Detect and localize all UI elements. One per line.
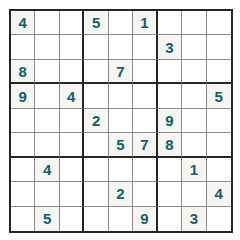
- sudoku-cell-r5c2[interactable]: [35, 109, 59, 133]
- sudoku-cell-r9c2[interactable]: 5: [35, 207, 59, 231]
- sudoku-cell-r3c6[interactable]: [133, 60, 157, 84]
- sudoku-cell-r5c7[interactable]: 9: [158, 109, 182, 133]
- sudoku-cell-r2c3[interactable]: [60, 35, 84, 59]
- sudoku-cell-r1c9[interactable]: [207, 11, 231, 35]
- sudoku-cell-r6c5[interactable]: 5: [109, 133, 133, 157]
- sudoku-cell-r4c9[interactable]: 5: [207, 84, 231, 108]
- sudoku-cell-r1c8[interactable]: [182, 11, 206, 35]
- sudoku-cell-r2c1[interactable]: [11, 35, 35, 59]
- sudoku-cell-r3c7[interactable]: [158, 60, 182, 84]
- sudoku-cell-r2c6[interactable]: [133, 35, 157, 59]
- sudoku-cell-r1c2[interactable]: [35, 11, 59, 35]
- sudoku-cell-r7c2[interactable]: 4: [35, 158, 59, 182]
- sudoku-cell-r8c6[interactable]: [133, 182, 157, 206]
- sudoku-cell-r1c6[interactable]: 1: [133, 11, 157, 35]
- sudoku-cell-r4c6[interactable]: [133, 84, 157, 108]
- sudoku-cell-r8c4[interactable]: [84, 182, 108, 206]
- sudoku-cell-r1c7[interactable]: [158, 11, 182, 35]
- sudoku-cell-r5c8[interactable]: [182, 109, 206, 133]
- sudoku-cell-r2c9[interactable]: [207, 35, 231, 59]
- sudoku-cell-r4c1[interactable]: 9: [11, 84, 35, 108]
- sudoku-cell-r5c1[interactable]: [11, 109, 35, 133]
- sudoku-cell-r5c5[interactable]: [109, 109, 133, 133]
- sudoku-cell-r3c2[interactable]: [35, 60, 59, 84]
- sudoku-cell-r9c5[interactable]: [109, 207, 133, 231]
- sudoku-cell-r7c1[interactable]: [11, 158, 35, 182]
- sudoku-cell-r4c3[interactable]: 4: [60, 84, 84, 108]
- sudoku-cell-r7c3[interactable]: [60, 158, 84, 182]
- sudoku-cell-r8c7[interactable]: [158, 182, 182, 206]
- sudoku-cell-r3c3[interactable]: [60, 60, 84, 84]
- sudoku-cell-r7c8[interactable]: 1: [182, 158, 206, 182]
- sudoku-cell-r1c3[interactable]: [60, 11, 84, 35]
- sudoku-cell-r8c8[interactable]: [182, 182, 206, 206]
- sudoku-cell-r7c5[interactable]: [109, 158, 133, 182]
- sudoku-cell-r8c1[interactable]: [11, 182, 35, 206]
- sudoku-cell-r3c5[interactable]: 7: [109, 60, 133, 84]
- sudoku-cell-r9c6[interactable]: 9: [133, 207, 157, 231]
- sudoku-cell-r2c2[interactable]: [35, 35, 59, 59]
- sudoku-cell-r9c3[interactable]: [60, 207, 84, 231]
- sudoku-cell-r1c4[interactable]: 5: [84, 11, 108, 35]
- sudoku-cell-r9c1[interactable]: [11, 207, 35, 231]
- sudoku-cell-r1c1[interactable]: 4: [11, 11, 35, 35]
- sudoku-cell-r6c9[interactable]: [207, 133, 231, 157]
- sudoku-cell-r9c7[interactable]: [158, 207, 182, 231]
- sudoku-cell-r3c9[interactable]: [207, 60, 231, 84]
- sudoku-cell-r6c4[interactable]: [84, 133, 108, 157]
- sudoku-cell-r7c6[interactable]: [133, 158, 157, 182]
- sudoku-cell-r8c5[interactable]: 2: [109, 182, 133, 206]
- sudoku-cell-r4c7[interactable]: [158, 84, 182, 108]
- sudoku-cell-r5c6[interactable]: [133, 109, 157, 133]
- sudoku-cell-r6c2[interactable]: [35, 133, 59, 157]
- sudoku-cell-r5c3[interactable]: [60, 109, 84, 133]
- sudoku-cell-r4c2[interactable]: [35, 84, 59, 108]
- sudoku-cell-r5c4[interactable]: 2: [84, 109, 108, 133]
- sudoku-cell-r3c1[interactable]: 8: [11, 60, 35, 84]
- sudoku-cell-r6c1[interactable]: [11, 133, 35, 157]
- sudoku-board: 451387945295784124593: [9, 9, 233, 233]
- sudoku-cell-r3c4[interactable]: [84, 60, 108, 84]
- sudoku-cell-r2c5[interactable]: [109, 35, 133, 59]
- sudoku-cell-r7c4[interactable]: [84, 158, 108, 182]
- sudoku-cell-r5c9[interactable]: [207, 109, 231, 133]
- sudoku-cell-r9c9[interactable]: [207, 207, 231, 231]
- sudoku-cell-r7c9[interactable]: [207, 158, 231, 182]
- sudoku-cell-r6c6[interactable]: 7: [133, 133, 157, 157]
- sudoku-cell-r8c3[interactable]: [60, 182, 84, 206]
- sudoku-cell-r7c7[interactable]: [158, 158, 182, 182]
- sudoku-cell-r3c8[interactable]: [182, 60, 206, 84]
- sudoku-cell-r2c8[interactable]: [182, 35, 206, 59]
- sudoku-cell-r4c8[interactable]: [182, 84, 206, 108]
- sudoku-cell-r1c5[interactable]: [109, 11, 133, 35]
- sudoku-cell-r9c8[interactable]: 3: [182, 207, 206, 231]
- sudoku-cell-r9c4[interactable]: [84, 207, 108, 231]
- sudoku-cell-r8c2[interactable]: [35, 182, 59, 206]
- sudoku-cell-r4c5[interactable]: [109, 84, 133, 108]
- sudoku-cell-r4c4[interactable]: [84, 84, 108, 108]
- sudoku-cell-r2c7[interactable]: 3: [158, 35, 182, 59]
- sudoku-cell-r6c8[interactable]: [182, 133, 206, 157]
- sudoku-cell-r2c4[interactable]: [84, 35, 108, 59]
- sudoku-cell-r8c9[interactable]: 4: [207, 182, 231, 206]
- sudoku-cell-r6c7[interactable]: 8: [158, 133, 182, 157]
- sudoku-screen: 451387945295784124593: [0, 0, 240, 240]
- sudoku-cell-r6c3[interactable]: [60, 133, 84, 157]
